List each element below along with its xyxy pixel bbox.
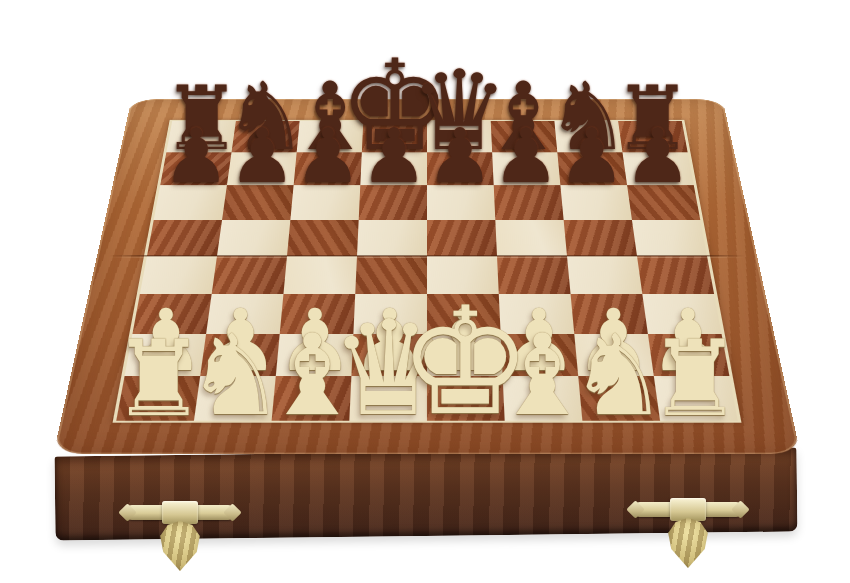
piece-black-pawn: ♟ bbox=[294, 119, 362, 194]
piece-white-rook: ♜ bbox=[648, 325, 742, 430]
pieces-layer: ♜♞♝♚♛♝♞♜♟♟♟♟♟♟♟♟♟♟♟♟♟♟♟♟♜♞♝♛♚♝♞♜ bbox=[0, 0, 850, 583]
piece-black-pawn: ♟ bbox=[228, 119, 296, 194]
piece-black-pawn: ♟ bbox=[558, 119, 626, 194]
piece-black-pawn: ♟ bbox=[624, 119, 692, 194]
product-photo: ♜♞♝♚♛♝♞♜♟♟♟♟♟♟♟♟♟♟♟♟♟♟♟♟♜♞♝♛♚♝♞♜ bbox=[0, 0, 850, 583]
piece-black-pawn: ♟ bbox=[163, 119, 231, 194]
piece-black-pawn: ♟ bbox=[492, 119, 560, 194]
piece-black-pawn: ♟ bbox=[360, 119, 428, 194]
piece-black-pawn: ♟ bbox=[426, 119, 494, 194]
